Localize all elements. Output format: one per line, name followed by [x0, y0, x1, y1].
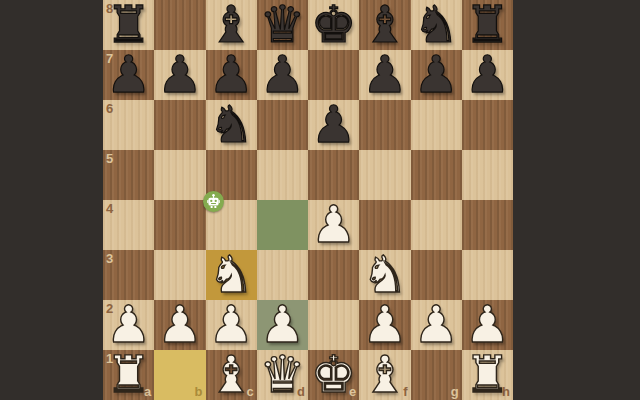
- piece-white-bishop[interactable]: ♝: [359, 350, 410, 400]
- rank-label: 3: [106, 251, 113, 266]
- piece-black-pawn[interactable]: ♟: [103, 50, 154, 100]
- square-a5[interactable]: 5: [103, 150, 154, 200]
- piece-white-queen[interactable]: ♛: [257, 350, 308, 400]
- square-h3[interactable]: [462, 250, 513, 300]
- square-c3[interactable]: ♞: [206, 250, 257, 300]
- piece-white-rook[interactable]: ♜: [462, 350, 513, 400]
- piece-white-pawn[interactable]: ♟: [206, 300, 257, 350]
- square-d7[interactable]: ♟: [257, 50, 308, 100]
- piece-black-pawn[interactable]: ♟: [308, 100, 359, 150]
- piece-black-rook[interactable]: ♜: [103, 0, 154, 50]
- square-a8[interactable]: 8♜: [103, 0, 154, 50]
- square-b5[interactable]: [154, 150, 205, 200]
- square-b1[interactable]: b: [154, 350, 205, 400]
- piece-white-rook[interactable]: ♜: [103, 350, 154, 400]
- piece-black-knight[interactable]: ♞: [206, 100, 257, 150]
- square-f4[interactable]: [359, 200, 410, 250]
- square-e1[interactable]: e♚: [308, 350, 359, 400]
- square-g4[interactable]: [411, 200, 462, 250]
- square-b3[interactable]: [154, 250, 205, 300]
- square-h1[interactable]: h♜: [462, 350, 513, 400]
- piece-white-pawn[interactable]: ♟: [308, 200, 359, 250]
- piece-white-knight[interactable]: ♞: [359, 250, 410, 300]
- robot-icon: [205, 193, 222, 210]
- square-a4[interactable]: 4: [103, 200, 154, 250]
- piece-black-king[interactable]: ♚: [308, 0, 359, 50]
- square-f5[interactable]: [359, 150, 410, 200]
- square-e2[interactable]: [308, 300, 359, 350]
- square-b8[interactable]: [154, 0, 205, 50]
- square-c6[interactable]: ♞: [206, 100, 257, 150]
- piece-white-pawn[interactable]: ♟: [359, 300, 410, 350]
- square-e7[interactable]: [308, 50, 359, 100]
- piece-white-knight[interactable]: ♞: [206, 250, 257, 300]
- square-e8[interactable]: ♚: [308, 0, 359, 50]
- piece-black-pawn[interactable]: ♟: [257, 50, 308, 100]
- square-d5[interactable]: [257, 150, 308, 200]
- piece-white-pawn[interactable]: ♟: [154, 300, 205, 350]
- square-g5[interactable]: [411, 150, 462, 200]
- square-a7[interactable]: 7♟: [103, 50, 154, 100]
- square-e6[interactable]: ♟: [308, 100, 359, 150]
- square-c2[interactable]: ♟: [206, 300, 257, 350]
- piece-white-pawn[interactable]: ♟: [411, 300, 462, 350]
- bot-hint-badge[interactable]: [203, 191, 224, 212]
- piece-black-bishop[interactable]: ♝: [206, 0, 257, 50]
- square-f2[interactable]: ♟: [359, 300, 410, 350]
- square-c7[interactable]: ♟: [206, 50, 257, 100]
- chess-board: 8♜♝♛♚♝♞♜7♟♟♟♟♟♟♟6♞♟54♟3♞♞2♟♟♟♟♟♟♟1a♜bc♝d…: [103, 0, 513, 400]
- square-g7[interactable]: ♟: [411, 50, 462, 100]
- square-c1[interactable]: c♝: [206, 350, 257, 400]
- square-h2[interactable]: ♟: [462, 300, 513, 350]
- square-h4[interactable]: [462, 200, 513, 250]
- square-a3[interactable]: 3: [103, 250, 154, 300]
- piece-black-pawn[interactable]: ♟: [411, 50, 462, 100]
- piece-black-rook[interactable]: ♜: [462, 0, 513, 50]
- square-e5[interactable]: [308, 150, 359, 200]
- square-d8[interactable]: ♛: [257, 0, 308, 50]
- square-f1[interactable]: f♝: [359, 350, 410, 400]
- rank-label: 4: [106, 201, 113, 216]
- piece-black-queen[interactable]: ♛: [257, 0, 308, 50]
- square-a1[interactable]: 1a♜: [103, 350, 154, 400]
- piece-white-bishop[interactable]: ♝: [206, 350, 257, 400]
- piece-white-pawn[interactable]: ♟: [103, 300, 154, 350]
- square-d4[interactable]: [257, 200, 308, 250]
- square-h7[interactable]: ♟: [462, 50, 513, 100]
- piece-white-king[interactable]: ♚: [308, 350, 359, 400]
- square-f6[interactable]: [359, 100, 410, 150]
- square-c8[interactable]: ♝: [206, 0, 257, 50]
- app-background: 8♜♝♛♚♝♞♜7♟♟♟♟♟♟♟6♞♟54♟3♞♞2♟♟♟♟♟♟♟1a♜bc♝d…: [0, 0, 640, 400]
- square-g6[interactable]: [411, 100, 462, 150]
- square-b2[interactable]: ♟: [154, 300, 205, 350]
- piece-white-pawn[interactable]: ♟: [462, 300, 513, 350]
- square-g1[interactable]: g: [411, 350, 462, 400]
- square-f8[interactable]: ♝: [359, 0, 410, 50]
- file-label: b: [195, 384, 203, 399]
- square-a2[interactable]: 2♟: [103, 300, 154, 350]
- square-g2[interactable]: ♟: [411, 300, 462, 350]
- square-d3[interactable]: [257, 250, 308, 300]
- square-a6[interactable]: 6: [103, 100, 154, 150]
- square-h5[interactable]: [462, 150, 513, 200]
- square-e4[interactable]: ♟: [308, 200, 359, 250]
- file-label: g: [451, 384, 459, 399]
- piece-black-pawn[interactable]: ♟: [359, 50, 410, 100]
- square-h8[interactable]: ♜: [462, 0, 513, 50]
- square-g8[interactable]: ♞: [411, 0, 462, 50]
- square-d1[interactable]: d♛: [257, 350, 308, 400]
- square-g3[interactable]: [411, 250, 462, 300]
- piece-white-pawn[interactable]: ♟: [257, 300, 308, 350]
- piece-black-pawn[interactable]: ♟: [462, 50, 513, 100]
- square-f7[interactable]: ♟: [359, 50, 410, 100]
- piece-black-pawn[interactable]: ♟: [206, 50, 257, 100]
- piece-black-bishop[interactable]: ♝: [359, 0, 410, 50]
- square-b6[interactable]: [154, 100, 205, 150]
- square-d6[interactable]: [257, 100, 308, 150]
- piece-black-pawn[interactable]: ♟: [154, 50, 205, 100]
- square-b7[interactable]: ♟: [154, 50, 205, 100]
- square-b4[interactable]: [154, 200, 205, 250]
- rank-label: 5: [106, 151, 113, 166]
- piece-black-knight[interactable]: ♞: [411, 0, 462, 50]
- square-e3[interactable]: [308, 250, 359, 300]
- square-d2[interactable]: ♟: [257, 300, 308, 350]
- square-h6[interactable]: [462, 100, 513, 150]
- square-f3[interactable]: ♞: [359, 250, 410, 300]
